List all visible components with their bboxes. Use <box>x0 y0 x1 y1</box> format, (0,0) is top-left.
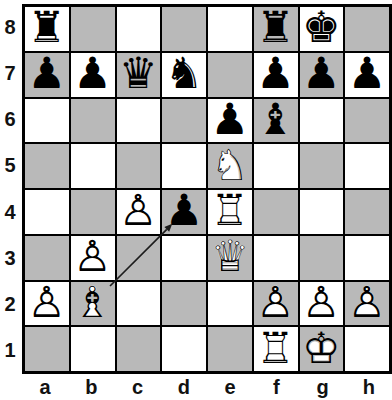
rank-label-2: 2 <box>0 282 20 328</box>
piece-black-pawn: ♟ <box>208 99 252 143</box>
piece-black-pawn: ♟ <box>71 53 115 97</box>
chess-board: ♜♜♚♟♟♛♞♟♟♟♟♝♞♘♟♙♟♜♖♟♙♛♕♟♙♝♗♟♙♟♙♟♙♜♖♚♔ <box>22 4 392 374</box>
square-d5 <box>162 144 206 188</box>
rank-label-8: 8 <box>0 4 20 50</box>
piece-white-bishop: ♝♗ <box>71 282 115 326</box>
piece-black-rook: ♜ <box>25 7 69 51</box>
rank-label-5: 5 <box>0 143 20 189</box>
square-c2 <box>117 282 161 326</box>
square-g2: ♟♙ <box>300 282 344 326</box>
square-a2: ♟♙ <box>25 282 69 326</box>
square-h7: ♟ <box>345 53 389 97</box>
square-e7 <box>208 53 252 97</box>
rank-label-7: 7 <box>0 50 20 96</box>
square-d2 <box>162 282 206 326</box>
square-h8 <box>345 7 389 51</box>
file-label-c: c <box>115 376 161 400</box>
square-c5 <box>117 144 161 188</box>
square-b3: ♟♙ <box>71 236 115 280</box>
piece-white-pawn: ♟♙ <box>117 190 161 234</box>
piece-black-pawn: ♟ <box>345 53 389 97</box>
file-label-f: f <box>253 376 299 400</box>
square-g8: ♚ <box>300 7 344 51</box>
square-f5 <box>254 144 298 188</box>
square-d6 <box>162 99 206 143</box>
piece-white-king: ♚♔ <box>300 327 344 371</box>
square-h5 <box>345 144 389 188</box>
file-label-b: b <box>68 376 114 400</box>
piece-white-pawn: ♟♙ <box>71 236 115 280</box>
square-b7: ♟ <box>71 53 115 97</box>
square-c6 <box>117 99 161 143</box>
square-f7: ♟ <box>254 53 298 97</box>
rank-label-4: 4 <box>0 189 20 235</box>
square-h2: ♟♙ <box>345 282 389 326</box>
piece-black-pawn: ♟ <box>162 190 206 234</box>
square-h1 <box>345 327 389 371</box>
square-b6 <box>71 99 115 143</box>
square-g1: ♚♔ <box>300 327 344 371</box>
square-b1 <box>71 327 115 371</box>
piece-black-bishop: ♝ <box>254 99 298 143</box>
piece-black-knight: ♞ <box>162 53 206 97</box>
rank-label-1: 1 <box>0 328 20 374</box>
square-h6 <box>345 99 389 143</box>
square-c7: ♛ <box>117 53 161 97</box>
square-c8 <box>117 7 161 51</box>
file-labels: abcdefgh <box>22 376 392 400</box>
square-a3 <box>25 236 69 280</box>
square-b4 <box>71 190 115 234</box>
square-f6: ♝ <box>254 99 298 143</box>
square-f2: ♟♙ <box>254 282 298 326</box>
square-f8: ♜ <box>254 7 298 51</box>
square-d7: ♞ <box>162 53 206 97</box>
square-b2: ♝♗ <box>71 282 115 326</box>
file-label-h: h <box>346 376 392 400</box>
square-e4: ♜♖ <box>208 190 252 234</box>
square-c1 <box>117 327 161 371</box>
piece-white-knight: ♞♘ <box>208 144 252 188</box>
square-c4: ♟♙ <box>117 190 161 234</box>
file-label-a: a <box>22 376 68 400</box>
square-d1 <box>162 327 206 371</box>
square-d8 <box>162 7 206 51</box>
square-e5: ♞♘ <box>208 144 252 188</box>
piece-black-king: ♚ <box>300 7 344 51</box>
piece-white-pawn: ♟♙ <box>254 282 298 326</box>
square-a5 <box>25 144 69 188</box>
square-g3 <box>300 236 344 280</box>
piece-white-pawn: ♟♙ <box>25 282 69 326</box>
square-e3: ♛♕ <box>208 236 252 280</box>
chess-diagram: 87654321 ♜♜♚♟♟♛♞♟♟♟♟♝♞♘♟♙♟♜♖♟♙♛♕♟♙♝♗♟♙♟♙… <box>0 0 392 400</box>
rank-label-6: 6 <box>0 97 20 143</box>
square-g7: ♟ <box>300 53 344 97</box>
square-e1 <box>208 327 252 371</box>
square-h4 <box>345 190 389 234</box>
file-label-e: e <box>207 376 253 400</box>
piece-white-pawn: ♟♙ <box>300 282 344 326</box>
square-h3 <box>345 236 389 280</box>
square-g6 <box>300 99 344 143</box>
piece-white-rook: ♜♖ <box>254 327 298 371</box>
square-g5 <box>300 144 344 188</box>
file-label-g: g <box>300 376 346 400</box>
square-g4 <box>300 190 344 234</box>
square-b8 <box>71 7 115 51</box>
square-a4 <box>25 190 69 234</box>
square-c3 <box>117 236 161 280</box>
piece-black-pawn: ♟ <box>300 53 344 97</box>
square-a1 <box>25 327 69 371</box>
piece-black-pawn: ♟ <box>25 53 69 97</box>
piece-white-rook: ♜♖ <box>208 190 252 234</box>
square-d4: ♟ <box>162 190 206 234</box>
rank-labels: 87654321 <box>0 4 20 374</box>
square-e8 <box>208 7 252 51</box>
square-e2 <box>208 282 252 326</box>
square-f3 <box>254 236 298 280</box>
file-label-d: d <box>161 376 207 400</box>
square-f1: ♜♖ <box>254 327 298 371</box>
piece-white-pawn: ♟♙ <box>345 282 389 326</box>
square-a6 <box>25 99 69 143</box>
rank-label-3: 3 <box>0 235 20 281</box>
piece-black-pawn: ♟ <box>254 53 298 97</box>
piece-black-rook: ♜ <box>254 7 298 51</box>
square-a7: ♟ <box>25 53 69 97</box>
square-e6: ♟ <box>208 99 252 143</box>
square-a8: ♜ <box>25 7 69 51</box>
square-f4 <box>254 190 298 234</box>
piece-black-queen: ♛ <box>117 53 161 97</box>
piece-white-queen: ♛♕ <box>208 236 252 280</box>
square-b5 <box>71 144 115 188</box>
square-d3 <box>162 236 206 280</box>
